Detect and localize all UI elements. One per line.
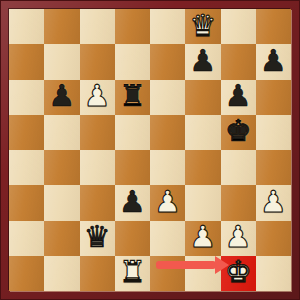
square-a6[interactable]: [9, 80, 44, 115]
black-pawn[interactable]: ♟: [189, 46, 216, 76]
square-a5[interactable]: [9, 115, 44, 150]
square-g6[interactable]: ♟: [221, 80, 256, 115]
square-a7[interactable]: [9, 44, 44, 79]
square-g4[interactable]: [221, 150, 256, 185]
black-king[interactable]: ♚: [225, 116, 252, 146]
square-f7[interactable]: ♟: [185, 44, 220, 79]
square-d6[interactable]: ♜: [115, 80, 150, 115]
square-c8[interactable]: [80, 9, 115, 44]
black-pawn[interactable]: ♟: [260, 46, 287, 76]
board-frame: ♛♟♟♟♟♜♟♚♟♟♟♛♟♟♜♚: [0, 0, 300, 300]
square-a8[interactable]: [9, 9, 44, 44]
square-g3[interactable]: [221, 185, 256, 220]
square-g2[interactable]: ♟: [221, 221, 256, 256]
white-rook[interactable]: ♜: [119, 257, 146, 287]
square-e5[interactable]: [150, 115, 185, 150]
square-g7[interactable]: [221, 44, 256, 79]
square-b5[interactable]: [44, 115, 79, 150]
square-a1[interactable]: [9, 256, 44, 291]
square-g5[interactable]: ♚: [221, 115, 256, 150]
square-b7[interactable]: [44, 44, 79, 79]
square-h6[interactable]: [256, 80, 291, 115]
square-c2[interactable]: ♛: [80, 221, 115, 256]
black-rook[interactable]: ♜: [119, 81, 146, 111]
square-e3[interactable]: ♟: [150, 185, 185, 220]
white-pawn[interactable]: ♟: [225, 222, 252, 252]
square-f4[interactable]: [185, 150, 220, 185]
square-h1[interactable]: [256, 256, 291, 291]
white-pawn[interactable]: ♟: [189, 222, 216, 252]
black-pawn[interactable]: ♟: [119, 187, 146, 217]
square-b1[interactable]: [44, 256, 79, 291]
square-a2[interactable]: [9, 221, 44, 256]
square-d4[interactable]: [115, 150, 150, 185]
square-b6[interactable]: ♟: [44, 80, 79, 115]
white-pawn[interactable]: ♟: [84, 81, 111, 111]
square-a4[interactable]: [9, 150, 44, 185]
square-d3[interactable]: ♟: [115, 185, 150, 220]
square-g8[interactable]: [221, 9, 256, 44]
square-c3[interactable]: [80, 185, 115, 220]
square-c5[interactable]: [80, 115, 115, 150]
square-c1[interactable]: [80, 256, 115, 291]
square-b4[interactable]: [44, 150, 79, 185]
square-e6[interactable]: [150, 80, 185, 115]
square-f6[interactable]: [185, 80, 220, 115]
square-b3[interactable]: [44, 185, 79, 220]
black-queen[interactable]: ♛: [84, 222, 111, 252]
square-e8[interactable]: [150, 9, 185, 44]
square-d1[interactable]: ♜: [115, 256, 150, 291]
square-c7[interactable]: [80, 44, 115, 79]
square-e2[interactable]: [150, 221, 185, 256]
square-c6[interactable]: ♟: [80, 80, 115, 115]
white-king[interactable]: ♚: [225, 257, 252, 287]
square-d5[interactable]: [115, 115, 150, 150]
square-h4[interactable]: [256, 150, 291, 185]
square-d8[interactable]: [115, 9, 150, 44]
square-e7[interactable]: [150, 44, 185, 79]
chess-board: ♛♟♟♟♟♜♟♚♟♟♟♛♟♟♜♚: [9, 9, 291, 291]
square-h8[interactable]: [256, 9, 291, 44]
square-c4[interactable]: [80, 150, 115, 185]
square-h3[interactable]: ♟: [256, 185, 291, 220]
square-d7[interactable]: [115, 44, 150, 79]
square-e4[interactable]: [150, 150, 185, 185]
square-f3[interactable]: [185, 185, 220, 220]
black-pawn[interactable]: ♟: [48, 81, 75, 111]
square-d2[interactable]: [115, 221, 150, 256]
square-g1[interactable]: ♚: [221, 256, 256, 291]
white-queen[interactable]: ♛: [189, 11, 216, 41]
move-arrow-tail: [156, 261, 216, 269]
square-f5[interactable]: [185, 115, 220, 150]
square-f8[interactable]: ♛: [185, 9, 220, 44]
white-pawn[interactable]: ♟: [260, 187, 287, 217]
white-pawn[interactable]: ♟: [154, 187, 181, 217]
black-pawn[interactable]: ♟: [225, 81, 252, 111]
square-b8[interactable]: [44, 9, 79, 44]
square-h5[interactable]: [256, 115, 291, 150]
square-a3[interactable]: [9, 185, 44, 220]
square-h7[interactable]: ♟: [256, 44, 291, 79]
square-b2[interactable]: [44, 221, 79, 256]
square-f2[interactable]: ♟: [185, 221, 220, 256]
square-h2[interactable]: [256, 221, 291, 256]
